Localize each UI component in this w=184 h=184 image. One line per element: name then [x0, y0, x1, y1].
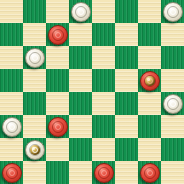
red-man-piece[interactable]	[140, 163, 160, 183]
square-r6c6[interactable]	[138, 138, 161, 161]
square-r0c7[interactable]	[161, 0, 184, 23]
white-man-piece[interactable]	[71, 2, 91, 22]
white-man-piece[interactable]	[163, 94, 183, 114]
square-r0c4[interactable]	[92, 0, 115, 23]
square-r4c0[interactable]	[0, 92, 23, 115]
square-r5c3[interactable]	[69, 115, 92, 138]
square-r6c2[interactable]	[46, 138, 69, 161]
red-man-piece[interactable]	[48, 25, 68, 45]
square-r1c1[interactable]	[23, 23, 46, 46]
square-r4c7[interactable]	[161, 92, 184, 115]
square-r1c6[interactable]	[138, 23, 161, 46]
square-r1c0[interactable]	[0, 23, 23, 46]
red-man-piece[interactable]	[48, 117, 68, 137]
square-r5c6[interactable]	[138, 115, 161, 138]
square-r0c0[interactable]	[0, 0, 23, 23]
square-r1c4[interactable]	[92, 23, 115, 46]
square-r1c7[interactable]	[161, 23, 184, 46]
square-r4c5[interactable]	[115, 92, 138, 115]
square-r7c0[interactable]	[0, 161, 23, 184]
square-r6c3[interactable]	[69, 138, 92, 161]
checkers-board	[0, 0, 184, 184]
square-r2c6[interactable]	[138, 46, 161, 69]
red-man-piece[interactable]	[94, 163, 114, 183]
square-r3c3[interactable]	[69, 69, 92, 92]
square-r5c7[interactable]	[161, 115, 184, 138]
square-r0c1[interactable]	[23, 0, 46, 23]
square-r2c2[interactable]	[46, 46, 69, 69]
square-r5c4[interactable]	[92, 115, 115, 138]
square-r6c5[interactable]	[115, 138, 138, 161]
white-man-piece[interactable]	[163, 2, 183, 22]
square-r3c7[interactable]	[161, 69, 184, 92]
square-r0c6[interactable]	[138, 0, 161, 23]
square-r7c6[interactable]	[138, 161, 161, 184]
king-crown-icon	[30, 145, 40, 155]
square-r2c5[interactable]	[115, 46, 138, 69]
square-r3c0[interactable]	[0, 69, 23, 92]
square-r4c1[interactable]	[23, 92, 46, 115]
red-man-piece[interactable]	[2, 163, 22, 183]
square-r1c3[interactable]	[69, 23, 92, 46]
square-r7c7[interactable]	[161, 161, 184, 184]
square-r0c3[interactable]	[69, 0, 92, 23]
square-r4c6[interactable]	[138, 92, 161, 115]
square-r2c3[interactable]	[69, 46, 92, 69]
square-r6c4[interactable]	[92, 138, 115, 161]
square-r4c4[interactable]	[92, 92, 115, 115]
square-r3c5[interactable]	[115, 69, 138, 92]
square-r6c1[interactable]	[23, 138, 46, 161]
square-r2c1[interactable]	[23, 46, 46, 69]
square-r1c5[interactable]	[115, 23, 138, 46]
square-r6c0[interactable]	[0, 138, 23, 161]
square-r3c2[interactable]	[46, 69, 69, 92]
red-king-piece[interactable]	[140, 71, 160, 91]
square-r1c2[interactable]	[46, 23, 69, 46]
square-r6c7[interactable]	[161, 138, 184, 161]
square-r7c5[interactable]	[115, 161, 138, 184]
square-r3c4[interactable]	[92, 69, 115, 92]
square-r7c2[interactable]	[46, 161, 69, 184]
white-king-piece[interactable]	[25, 140, 45, 160]
square-r0c2[interactable]	[46, 0, 69, 23]
square-r2c0[interactable]	[0, 46, 23, 69]
white-man-piece[interactable]	[2, 117, 22, 137]
square-r4c2[interactable]	[46, 92, 69, 115]
square-r7c1[interactable]	[23, 161, 46, 184]
square-r2c7[interactable]	[161, 46, 184, 69]
square-r7c4[interactable]	[92, 161, 115, 184]
square-r5c2[interactable]	[46, 115, 69, 138]
square-r0c5[interactable]	[115, 0, 138, 23]
square-r5c1[interactable]	[23, 115, 46, 138]
white-man-piece[interactable]	[25, 48, 45, 68]
square-r3c1[interactable]	[23, 69, 46, 92]
square-r7c3[interactable]	[69, 161, 92, 184]
king-crown-icon	[145, 76, 155, 86]
square-r3c6[interactable]	[138, 69, 161, 92]
square-r2c4[interactable]	[92, 46, 115, 69]
square-r4c3[interactable]	[69, 92, 92, 115]
square-r5c0[interactable]	[0, 115, 23, 138]
square-r5c5[interactable]	[115, 115, 138, 138]
